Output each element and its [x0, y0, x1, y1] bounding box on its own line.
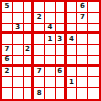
cell-r5c4[interactable]: [34, 45, 45, 56]
cell-r3c8[interactable]: [77, 24, 88, 35]
cell-r5c7[interactable]: [67, 45, 78, 56]
cell-r1c5[interactable]: [45, 2, 56, 13]
cell-r2c6[interactable]: [56, 13, 67, 24]
cell-r2c1[interactable]: [2, 13, 13, 24]
cell-r9c9[interactable]: [88, 88, 99, 99]
cell-r7c6-given-6: 6: [56, 67, 67, 78]
cell-r2c8-given-7: 7: [77, 13, 88, 24]
cell-r6c9[interactable]: [88, 56, 99, 67]
cell-r6c2[interactable]: [13, 56, 24, 67]
cell-r7c2[interactable]: [13, 67, 24, 78]
cell-r8c6[interactable]: [56, 77, 67, 88]
cell-r2c3[interactable]: [24, 13, 35, 24]
cell-r6c8[interactable]: [77, 56, 88, 67]
cell-r9c5[interactable]: [45, 88, 56, 99]
cell-r4c9[interactable]: [88, 34, 99, 45]
cell-r3c7[interactable]: [67, 24, 78, 35]
cell-r4c3[interactable]: [24, 34, 35, 45]
cell-r5c5[interactable]: [45, 45, 56, 56]
cell-r9c8[interactable]: [77, 88, 88, 99]
cell-r4c6-given-3: 3: [56, 34, 67, 45]
cell-r8c4[interactable]: [34, 77, 45, 88]
cell-r3c3[interactable]: [24, 24, 35, 35]
cell-r4c5-given-1: 1: [45, 34, 56, 45]
cell-r5c8[interactable]: [77, 45, 88, 56]
cell-r6c3[interactable]: [24, 56, 35, 67]
cell-r7c8[interactable]: [77, 67, 88, 78]
cell-r4c2[interactable]: [13, 34, 24, 45]
cell-r8c7-given-1: 1: [67, 77, 78, 88]
cell-r1c3[interactable]: [24, 2, 35, 13]
cell-r9c2[interactable]: [13, 88, 24, 99]
cell-r6c1-given-6: 6: [2, 56, 13, 67]
cell-r5c3-given-2: 2: [24, 45, 35, 56]
cell-r3c2-given-3: 3: [13, 24, 24, 35]
cell-r4c8[interactable]: [77, 34, 88, 45]
cell-r2c4-given-2: 2: [34, 13, 45, 24]
cell-r7c3[interactable]: [24, 67, 35, 78]
cell-r5c1-given-7: 7: [2, 45, 13, 56]
cell-r9c3[interactable]: [24, 88, 35, 99]
cell-r9c1[interactable]: [2, 88, 13, 99]
cell-r9c7[interactable]: [67, 88, 78, 99]
cell-r8c3[interactable]: [24, 77, 35, 88]
cell-r2c7[interactable]: [67, 13, 78, 24]
cell-r8c5[interactable]: [45, 77, 56, 88]
cell-r8c2[interactable]: [13, 77, 24, 88]
cell-r6c4[interactable]: [34, 56, 45, 67]
cell-r2c5[interactable]: [45, 13, 56, 24]
cell-r1c2[interactable]: [13, 2, 24, 13]
cell-r3c5-given-4: 4: [45, 24, 56, 35]
cell-r1c6[interactable]: [56, 2, 67, 13]
cell-r1c7[interactable]: [67, 2, 78, 13]
cell-r7c5[interactable]: [45, 67, 56, 78]
cell-r1c4[interactable]: [34, 2, 45, 13]
cell-r2c2[interactable]: [13, 13, 24, 24]
cell-r3c4[interactable]: [34, 24, 45, 35]
cell-r6c5[interactable]: [45, 56, 56, 67]
cell-r7c1-given-2: 2: [2, 67, 13, 78]
cell-r1c9[interactable]: [88, 2, 99, 13]
cell-r5c6[interactable]: [56, 45, 67, 56]
cell-r3c9[interactable]: [88, 24, 99, 35]
cell-r4c1[interactable]: [2, 34, 13, 45]
cell-r6c6[interactable]: [56, 56, 67, 67]
cell-r3c6[interactable]: [56, 24, 67, 35]
cell-r8c9[interactable]: [88, 77, 99, 88]
cell-r9c6[interactable]: [56, 88, 67, 99]
cell-r7c7[interactable]: [67, 67, 78, 78]
cell-r8c1[interactable]: [2, 77, 13, 88]
cell-r5c2[interactable]: [13, 45, 24, 56]
cell-r7c9[interactable]: [88, 67, 99, 78]
cell-r2c9[interactable]: [88, 13, 99, 24]
cell-r7c4-given-7: 7: [34, 67, 45, 78]
cell-r1c1-given-5: 5: [2, 2, 13, 13]
cell-r4c7-given-4: 4: [67, 34, 78, 45]
cell-r5c9[interactable]: [88, 45, 99, 56]
cell-r1c8-given-6: 6: [77, 2, 88, 13]
cell-r8c8[interactable]: [77, 77, 88, 88]
cell-r6c7[interactable]: [67, 56, 78, 67]
cell-r4c4[interactable]: [34, 34, 45, 45]
sudoku-board: 56273413472627618: [0, 0, 101, 101]
cell-r9c4-given-8: 8: [34, 88, 45, 99]
cell-r3c1[interactable]: [2, 24, 13, 35]
